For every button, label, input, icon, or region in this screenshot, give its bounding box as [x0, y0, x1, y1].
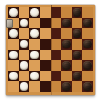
- board-cell-r4c3: [29, 39, 40, 50]
- white-checker-piece: ⛀: [9, 72, 18, 81]
- white-checker-piece: ⛀: [9, 8, 18, 17]
- board-cell-r1c4: [40, 7, 51, 18]
- board-cell-r8c2: ⛀: [19, 81, 30, 92]
- board-cell-r2c6: ⛂: [61, 18, 72, 29]
- board-cell-r4c2: ⛀: [19, 39, 30, 50]
- board-cell-r3c6: [61, 28, 72, 39]
- board-cell-r5c2: [19, 50, 30, 61]
- board-cell-r4c4: [40, 39, 51, 50]
- white-checker-piece: ⛀: [20, 82, 29, 91]
- board-cell-r3c7: ⛂: [72, 28, 83, 39]
- board-cell-r5c4: [40, 50, 51, 61]
- board-cell-r8c3: [29, 81, 40, 92]
- board-cell-r1c8: [82, 7, 93, 18]
- black-checker-piece: ⛂: [62, 61, 71, 70]
- board-cell-r5c7: ⛂: [72, 50, 83, 61]
- black-checker-piece: ⛂: [83, 19, 92, 28]
- black-checker-piece: ⛂: [73, 51, 82, 60]
- board-cell-r2c8: ⛂: [82, 18, 93, 29]
- black-checker-piece: ⛂: [83, 61, 92, 70]
- board-cell-r1c6: [61, 7, 72, 18]
- board-cell-r8c7: [72, 81, 83, 92]
- board-cell-r3c1: ⛀: [8, 28, 19, 39]
- white-checker-piece: ⛀: [20, 61, 29, 70]
- board-cell-r1c2: [19, 7, 30, 18]
- board-cell-r2c2: ⛀: [19, 18, 30, 29]
- board-cell-r8c1: [8, 81, 19, 92]
- white-checker-piece: ⛀: [20, 19, 29, 28]
- white-checker-piece: ⛀: [30, 29, 39, 38]
- board-cell-r2c7: [72, 18, 83, 29]
- black-checker-piece: ⛂: [73, 72, 82, 81]
- white-checker-piece: ⛀: [30, 72, 39, 81]
- board-cell-r1c7: ⛂: [72, 7, 83, 18]
- board-cell-r6c2: ⛀: [19, 60, 30, 71]
- board-cell-r8c5: [51, 81, 62, 92]
- board-cell-r7c3: ⛀: [29, 71, 40, 82]
- fold-seam: [51, 5, 52, 95]
- board-cell-r5c8: [82, 50, 93, 61]
- white-checker-piece: ⛀: [30, 51, 39, 60]
- board-cell-r6c1: [8, 60, 19, 71]
- white-checker-piece: ⛀: [9, 29, 18, 38]
- board-cell-r3c2: [19, 28, 30, 39]
- board-cell-r1c5: [51, 7, 62, 18]
- board-cell-r5c6: [61, 50, 72, 61]
- board-cell-r4c6: ⛂: [61, 39, 72, 50]
- board-cell-r7c6: [61, 71, 72, 82]
- board-cell-r5c5: [51, 50, 62, 61]
- board-cell-r5c3: ⛀: [29, 50, 40, 61]
- board-cell-r4c5: [51, 39, 62, 50]
- board-cell-r7c1: ⛀: [8, 71, 19, 82]
- white-checker-piece: ⛀: [20, 40, 29, 49]
- board-cell-r2c4: [40, 18, 51, 29]
- white-checker-piece: ⛀: [9, 51, 18, 60]
- black-checker-piece: ⛂: [73, 29, 82, 38]
- board-cell-r6c6: ⛂: [61, 60, 72, 71]
- checkers-board: ⛀⛀⛂⛀⛂⛂⛀⛀⛂⛀⛂⛂⛀⛀⛂⛀⛂⛂⛀⛀⛂⛀⛂⛂: [6, 5, 95, 95]
- board-cell-r6c5: [51, 60, 62, 71]
- board-cell-r6c4: [40, 60, 51, 71]
- board-cell-r4c8: ⛂: [82, 39, 93, 50]
- black-checker-piece: ⛂: [62, 82, 71, 91]
- black-checker-piece: ⛂: [83, 82, 92, 91]
- board-cell-r1c1: ⛀: [8, 7, 19, 18]
- board-cell-r7c4: [40, 71, 51, 82]
- board-cell-r6c3: [29, 60, 40, 71]
- metal-clasp-icon: [6, 19, 13, 28]
- board-cell-r6c7: [72, 60, 83, 71]
- black-checker-piece: ⛂: [73, 8, 82, 17]
- board-cell-r7c2: [19, 71, 30, 82]
- board-cell-r7c5: [51, 71, 62, 82]
- black-checker-piece: ⛂: [62, 40, 71, 49]
- board-cell-r2c3: [29, 18, 40, 29]
- board-cell-r2c5: [51, 18, 62, 29]
- board-cell-r8c8: ⛂: [82, 81, 93, 92]
- board-cell-r7c8: [82, 71, 93, 82]
- black-checker-piece: ⛂: [62, 19, 71, 28]
- board-cell-r3c4: [40, 28, 51, 39]
- board-cell-r3c3: ⛀: [29, 28, 40, 39]
- board-cell-r3c5: [51, 28, 62, 39]
- board-cell-r4c7: [72, 39, 83, 50]
- board-cell-r4c1: [8, 39, 19, 50]
- product-photo: ⛀⛀⛂⛀⛂⛂⛀⛀⛂⛀⛂⛂⛀⛀⛂⛀⛂⛂⛀⛀⛂⛀⛂⛂: [0, 0, 100, 100]
- board-cell-r8c6: ⛂: [61, 81, 72, 92]
- white-checker-piece: ⛀: [30, 8, 39, 17]
- board-cell-r5c1: ⛀: [8, 50, 19, 61]
- board-cell-r7c7: ⛂: [72, 71, 83, 82]
- board-cell-r8c4: [40, 81, 51, 92]
- board-cell-r3c8: [82, 28, 93, 39]
- black-checker-piece: ⛂: [83, 40, 92, 49]
- board-cell-r1c3: ⛀: [29, 7, 40, 18]
- board-cell-r6c8: ⛂: [82, 60, 93, 71]
